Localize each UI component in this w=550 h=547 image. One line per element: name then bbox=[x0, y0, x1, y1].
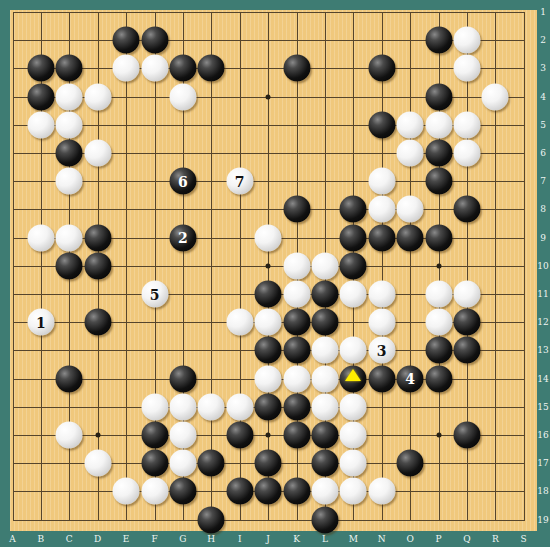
stone-D12 bbox=[84, 309, 111, 336]
stone-M11 bbox=[340, 281, 367, 308]
stone-N3 bbox=[368, 55, 395, 82]
stone-K11 bbox=[283, 281, 310, 308]
stone-L13 bbox=[311, 337, 338, 364]
grid-vertical-line bbox=[410, 12, 411, 520]
star-point bbox=[436, 433, 441, 438]
grid-vertical-line bbox=[382, 12, 383, 520]
goban[interactable]: 6725134 bbox=[10, 10, 537, 531]
stone-K8 bbox=[283, 196, 310, 223]
column-label-K: K bbox=[293, 535, 300, 544]
column-label-A: A bbox=[9, 535, 16, 544]
stone-F11-move-5: 5 bbox=[141, 281, 168, 308]
stone-D10 bbox=[84, 252, 111, 279]
stone-O8 bbox=[397, 196, 424, 223]
row-label-2: 2 bbox=[540, 36, 546, 45]
stone-O14-move-4: 4 bbox=[397, 365, 424, 392]
row-label-8: 8 bbox=[540, 205, 546, 214]
stone-G3 bbox=[169, 55, 196, 82]
stone-K12 bbox=[283, 309, 310, 336]
column-label-Q: Q bbox=[463, 535, 470, 544]
go-diagram-frame: 6725134 ABCDEFGHIJKLMNOPQRS 123456789101… bbox=[0, 0, 550, 547]
stone-N11 bbox=[368, 281, 395, 308]
column-label-F: F bbox=[151, 535, 157, 544]
stone-C10 bbox=[56, 252, 83, 279]
row-label-18: 18 bbox=[537, 487, 548, 496]
stone-D9 bbox=[84, 224, 111, 251]
stone-P9 bbox=[425, 224, 452, 251]
stone-N18 bbox=[368, 478, 395, 505]
stone-K13 bbox=[283, 337, 310, 364]
stone-F17 bbox=[141, 450, 168, 477]
stone-J12 bbox=[255, 309, 282, 336]
stone-N7 bbox=[368, 168, 395, 195]
row-label-9: 9 bbox=[540, 233, 546, 242]
column-label-G: G bbox=[179, 535, 186, 544]
stone-M18 bbox=[340, 478, 367, 505]
stone-N9 bbox=[368, 224, 395, 251]
stone-F18 bbox=[141, 478, 168, 505]
stone-D4 bbox=[84, 83, 111, 110]
row-label-6: 6 bbox=[540, 149, 546, 158]
stone-M10 bbox=[340, 252, 367, 279]
stone-B9 bbox=[27, 224, 54, 251]
column-label-O: O bbox=[406, 535, 413, 544]
stone-C4 bbox=[56, 83, 83, 110]
stone-E3 bbox=[113, 55, 140, 82]
column-label-B: B bbox=[38, 535, 45, 544]
stone-C16 bbox=[56, 422, 83, 449]
stone-I15 bbox=[226, 393, 253, 420]
column-label-E: E bbox=[123, 535, 130, 544]
stone-M17 bbox=[340, 450, 367, 477]
stone-I7-move-7: 7 bbox=[226, 168, 253, 195]
row-label-7: 7 bbox=[540, 177, 546, 186]
stone-N8 bbox=[368, 196, 395, 223]
stone-P13 bbox=[425, 337, 452, 364]
grid-horizontal-line bbox=[13, 520, 525, 521]
star-point bbox=[266, 433, 271, 438]
stone-Q11 bbox=[453, 281, 480, 308]
row-label-5: 5 bbox=[540, 120, 546, 129]
stone-N12 bbox=[368, 309, 395, 336]
column-label-C: C bbox=[66, 535, 73, 544]
stone-J17 bbox=[255, 450, 282, 477]
row-label-15: 15 bbox=[537, 402, 548, 411]
stone-J18 bbox=[255, 478, 282, 505]
stone-Q5 bbox=[453, 111, 480, 138]
stone-M15 bbox=[340, 393, 367, 420]
stone-B3 bbox=[27, 55, 54, 82]
stone-N14 bbox=[368, 365, 395, 392]
stone-Q3 bbox=[453, 55, 480, 82]
stone-G18 bbox=[169, 478, 196, 505]
row-label-11: 11 bbox=[537, 290, 548, 299]
stone-F16 bbox=[141, 422, 168, 449]
stone-N13-move-3: 3 bbox=[368, 337, 395, 364]
stone-L15 bbox=[311, 393, 338, 420]
triangle-mark bbox=[345, 369, 361, 381]
column-label-N: N bbox=[378, 535, 386, 544]
column-label-I: I bbox=[238, 535, 242, 544]
column-label-L: L bbox=[322, 535, 328, 544]
stone-O9 bbox=[397, 224, 424, 251]
stone-H17 bbox=[198, 450, 225, 477]
stone-Q13 bbox=[453, 337, 480, 364]
stone-L12 bbox=[311, 309, 338, 336]
stone-K15 bbox=[283, 393, 310, 420]
stone-L10 bbox=[311, 252, 338, 279]
stone-J9 bbox=[255, 224, 282, 251]
stone-C6 bbox=[56, 140, 83, 167]
stone-M13 bbox=[340, 337, 367, 364]
stone-B5 bbox=[27, 111, 54, 138]
stone-F15 bbox=[141, 393, 168, 420]
stone-Q2 bbox=[453, 27, 480, 54]
stone-P6 bbox=[425, 140, 452, 167]
stone-P12 bbox=[425, 309, 452, 336]
stone-O6 bbox=[397, 140, 424, 167]
row-label-1: 1 bbox=[540, 8, 546, 17]
stone-H19 bbox=[198, 506, 225, 533]
stone-F2 bbox=[141, 27, 168, 54]
column-label-H: H bbox=[207, 535, 215, 544]
stone-C9 bbox=[56, 224, 83, 251]
stone-O17 bbox=[397, 450, 424, 477]
star-point bbox=[95, 433, 100, 438]
stone-L19 bbox=[311, 506, 338, 533]
stone-H15 bbox=[198, 393, 225, 420]
stone-M8 bbox=[340, 196, 367, 223]
stone-L16 bbox=[311, 422, 338, 449]
stone-R4 bbox=[482, 83, 509, 110]
row-label-19: 19 bbox=[537, 515, 548, 524]
stone-E2 bbox=[113, 27, 140, 54]
stone-G4 bbox=[169, 83, 196, 110]
column-label-S: S bbox=[521, 535, 527, 544]
stone-P5 bbox=[425, 111, 452, 138]
row-label-10: 10 bbox=[537, 261, 548, 270]
stone-D6 bbox=[84, 140, 111, 167]
stone-C5 bbox=[56, 111, 83, 138]
stone-P2 bbox=[425, 27, 452, 54]
stone-L18 bbox=[311, 478, 338, 505]
stone-M16 bbox=[340, 422, 367, 449]
stone-K14 bbox=[283, 365, 310, 392]
stone-I12 bbox=[226, 309, 253, 336]
stone-C7 bbox=[56, 168, 83, 195]
stone-D17 bbox=[84, 450, 111, 477]
stone-L17 bbox=[311, 450, 338, 477]
stone-Q12 bbox=[453, 309, 480, 336]
stone-C14 bbox=[56, 365, 83, 392]
stone-G17 bbox=[169, 450, 196, 477]
stone-P4 bbox=[425, 83, 452, 110]
stone-G9-move-2: 2 bbox=[169, 224, 196, 251]
stone-B12-move-1: 1 bbox=[27, 309, 54, 336]
stone-G16 bbox=[169, 422, 196, 449]
row-label-3: 3 bbox=[540, 64, 546, 73]
column-label-J: J bbox=[266, 535, 270, 544]
stone-P14 bbox=[425, 365, 452, 392]
stone-G7-move-6: 6 bbox=[169, 168, 196, 195]
stone-I18 bbox=[226, 478, 253, 505]
stone-Q6 bbox=[453, 140, 480, 167]
row-label-12: 12 bbox=[537, 318, 548, 327]
stone-J14 bbox=[255, 365, 282, 392]
grid-vertical-line bbox=[524, 12, 525, 520]
stone-L11 bbox=[311, 281, 338, 308]
stone-L14 bbox=[311, 365, 338, 392]
stone-K10 bbox=[283, 252, 310, 279]
stone-G14 bbox=[169, 365, 196, 392]
stone-E18 bbox=[113, 478, 140, 505]
stone-J13 bbox=[255, 337, 282, 364]
stone-O5 bbox=[397, 111, 424, 138]
row-label-4: 4 bbox=[540, 92, 546, 101]
row-label-13: 13 bbox=[537, 346, 548, 355]
stone-G15 bbox=[169, 393, 196, 420]
star-point bbox=[266, 263, 271, 268]
row-label-17: 17 bbox=[537, 459, 548, 468]
column-label-D: D bbox=[94, 535, 101, 544]
stone-J15 bbox=[255, 393, 282, 420]
column-label-R: R bbox=[492, 535, 499, 544]
stone-P7 bbox=[425, 168, 452, 195]
row-label-14: 14 bbox=[537, 374, 548, 383]
star-point bbox=[436, 263, 441, 268]
stone-Q16 bbox=[453, 422, 480, 449]
row-label-16: 16 bbox=[537, 431, 548, 440]
column-label-P: P bbox=[435, 535, 441, 544]
stone-N5 bbox=[368, 111, 395, 138]
stone-M9 bbox=[340, 224, 367, 251]
stone-K3 bbox=[283, 55, 310, 82]
stone-K16 bbox=[283, 422, 310, 449]
stone-I16 bbox=[226, 422, 253, 449]
stone-F3 bbox=[141, 55, 168, 82]
stone-Q8 bbox=[453, 196, 480, 223]
stone-B4 bbox=[27, 83, 54, 110]
stone-C3 bbox=[56, 55, 83, 82]
stone-K18 bbox=[283, 478, 310, 505]
stone-J11 bbox=[255, 281, 282, 308]
star-point bbox=[266, 94, 271, 99]
stone-H3 bbox=[198, 55, 225, 82]
stone-P11 bbox=[425, 281, 452, 308]
column-label-M: M bbox=[349, 535, 358, 544]
